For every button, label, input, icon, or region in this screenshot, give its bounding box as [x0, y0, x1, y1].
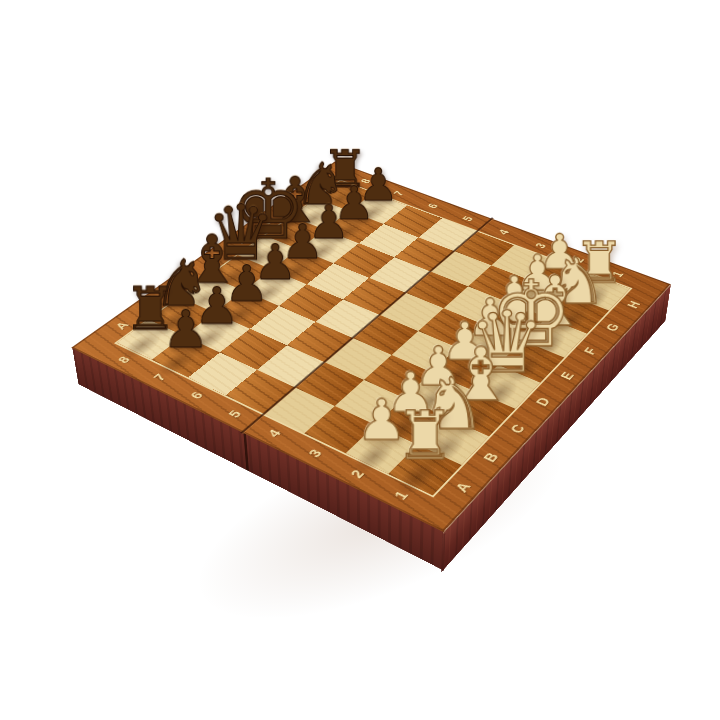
chess-board-box: ABCDEFGH ABCDEFGH 87654321 87654321 ♜♞♝♛…: [71, 161, 671, 532]
piece-glyph: ♟: [163, 304, 210, 356]
scene: ABCDEFGH ABCDEFGH 87654321 87654321 ♜♞♝♛…: [0, 0, 720, 720]
board-grid: ♜♞♝♛♚♝♞♜♟♟♟♟♟♟♟♟♟♟♟♟♟♟♟♟♜♞♝♛♚♝♞♜: [117, 181, 630, 496]
piece-glyph: ♜: [395, 402, 455, 469]
box-side-fold-seam: [243, 433, 248, 472]
piece-white-rook-a1[interactable]: ♜: [373, 359, 476, 469]
board-frame: ABCDEFGH ABCDEFGH 87654321 87654321 ♜♞♝♛…: [71, 161, 671, 532]
product-photo-stage: ABCDEFGH ABCDEFGH 87654321 87654321 ♜♞♝♛…: [0, 0, 720, 720]
piece-black-pawn-a7[interactable]: ♟: [139, 256, 233, 356]
